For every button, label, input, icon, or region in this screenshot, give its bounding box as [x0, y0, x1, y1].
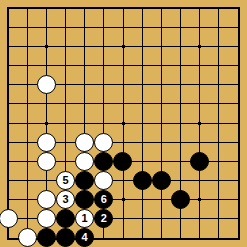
intersection[interactable]	[152, 56, 171, 75]
black-stone: 6	[94, 190, 113, 209]
intersection[interactable]	[209, 133, 228, 152]
intersection[interactable]	[228, 75, 247, 94]
black-stone	[152, 171, 171, 190]
intersection[interactable]	[228, 171, 247, 190]
black-stone	[37, 228, 56, 247]
intersection[interactable]	[133, 152, 152, 171]
intersection[interactable]	[171, 209, 190, 228]
intersection[interactable]	[152, 133, 171, 152]
intersection[interactable]	[0, 0, 18, 18]
intersection[interactable]	[56, 228, 75, 247]
intersection[interactable]	[133, 190, 152, 209]
intersection[interactable]	[209, 190, 228, 209]
intersection[interactable]	[113, 18, 132, 37]
intersection[interactable]	[171, 56, 190, 75]
intersection[interactable]	[0, 190, 18, 209]
intersection[interactable]	[18, 18, 37, 37]
intersection[interactable]	[113, 152, 132, 171]
intersection[interactable]	[152, 75, 171, 94]
intersection[interactable]	[133, 0, 152, 18]
intersection[interactable]	[56, 133, 75, 152]
intersection[interactable]	[152, 171, 171, 190]
intersection[interactable]	[18, 75, 37, 94]
intersection[interactable]: 6	[94, 190, 113, 209]
intersection[interactable]	[75, 94, 94, 113]
intersection[interactable]	[75, 75, 94, 94]
intersection[interactable]	[228, 56, 247, 75]
intersection[interactable]	[228, 18, 247, 37]
intersection[interactable]	[113, 171, 132, 190]
intersection[interactable]	[94, 228, 113, 247]
intersection[interactable]	[113, 228, 132, 247]
intersection[interactable]	[228, 133, 247, 152]
intersection[interactable]	[171, 18, 190, 37]
intersection[interactable]	[37, 228, 56, 247]
intersection[interactable]	[37, 171, 56, 190]
black-stone	[190, 152, 209, 171]
intersection[interactable]	[209, 0, 228, 18]
intersection[interactable]	[0, 209, 18, 228]
intersection[interactable]	[94, 56, 113, 75]
intersection[interactable]	[190, 37, 209, 56]
move-number-label: 2	[101, 213, 107, 224]
intersection[interactable]	[190, 75, 209, 94]
intersection[interactable]	[113, 133, 132, 152]
intersection[interactable]	[190, 0, 209, 18]
intersection[interactable]	[0, 228, 18, 247]
intersection[interactable]	[209, 209, 228, 228]
move-number-label: 3	[62, 194, 68, 205]
intersection[interactable]	[18, 209, 37, 228]
intersection[interactable]	[94, 0, 113, 18]
intersection[interactable]	[0, 37, 18, 56]
intersection[interactable]	[113, 190, 132, 209]
intersection[interactable]	[75, 171, 94, 190]
intersection[interactable]	[75, 133, 94, 152]
intersection[interactable]	[171, 152, 190, 171]
intersection[interactable]	[152, 94, 171, 113]
intersection[interactable]	[228, 190, 247, 209]
intersection[interactable]	[190, 228, 209, 247]
black-stone	[171, 190, 190, 209]
intersection[interactable]	[113, 0, 132, 18]
intersection[interactable]	[94, 75, 113, 94]
intersection[interactable]	[94, 37, 113, 56]
intersection[interactable]	[228, 113, 247, 132]
intersection[interactable]	[0, 171, 18, 190]
move-number-label: 4	[82, 232, 88, 243]
intersection[interactable]	[171, 37, 190, 56]
white-stone	[75, 133, 94, 152]
intersection[interactable]	[190, 56, 209, 75]
intersection[interactable]	[171, 94, 190, 113]
intersection[interactable]	[37, 94, 56, 113]
intersection[interactable]	[209, 152, 228, 171]
intersection[interactable]	[152, 209, 171, 228]
intersection[interactable]	[56, 209, 75, 228]
white-stone	[94, 171, 113, 190]
intersection[interactable]	[113, 209, 132, 228]
intersection[interactable]	[133, 75, 152, 94]
intersection[interactable]	[113, 94, 132, 113]
intersection[interactable]	[94, 133, 113, 152]
intersection[interactable]	[0, 113, 18, 132]
intersection[interactable]	[209, 37, 228, 56]
intersection[interactable]	[18, 94, 37, 113]
white-stone: 1	[75, 209, 94, 228]
intersection[interactable]	[209, 56, 228, 75]
intersection[interactable]	[152, 18, 171, 37]
intersection[interactable]	[56, 94, 75, 113]
intersection[interactable]	[18, 190, 37, 209]
intersection[interactable]	[18, 56, 37, 75]
intersection[interactable]	[228, 0, 247, 18]
intersection[interactable]	[37, 56, 56, 75]
intersection[interactable]	[37, 209, 56, 228]
intersection[interactable]	[75, 113, 94, 132]
intersection[interactable]	[113, 56, 132, 75]
white-stone	[37, 152, 56, 171]
intersection[interactable]	[18, 152, 37, 171]
intersection[interactable]	[190, 133, 209, 152]
intersection[interactable]	[56, 18, 75, 37]
intersection[interactable]	[94, 152, 113, 171]
intersection[interactable]	[152, 113, 171, 132]
intersection[interactable]	[209, 75, 228, 94]
white-stone	[37, 133, 56, 152]
white-stone: 5	[56, 171, 75, 190]
intersection[interactable]	[228, 152, 247, 171]
intersection[interactable]	[133, 228, 152, 247]
intersection[interactable]	[75, 56, 94, 75]
intersection[interactable]	[37, 113, 56, 132]
black-stone	[56, 228, 75, 247]
intersection[interactable]	[133, 37, 152, 56]
go-board: 536124	[0, 0, 247, 247]
intersection[interactable]	[37, 190, 56, 209]
intersection[interactable]	[171, 113, 190, 132]
intersection[interactable]	[56, 113, 75, 132]
black-stone	[113, 152, 132, 171]
intersection[interactable]	[0, 152, 18, 171]
intersection[interactable]	[18, 0, 37, 18]
black-stone: 4	[75, 228, 94, 247]
intersection[interactable]	[75, 37, 94, 56]
intersection[interactable]	[56, 152, 75, 171]
move-number-label: 6	[101, 194, 107, 205]
white-stone	[37, 75, 56, 94]
intersection[interactable]	[0, 133, 18, 152]
move-number-label: 1	[82, 213, 88, 224]
intersection[interactable]	[209, 18, 228, 37]
intersection[interactable]	[18, 228, 37, 247]
black-stone: 2	[94, 209, 113, 228]
intersection[interactable]	[209, 94, 228, 113]
intersection[interactable]	[56, 37, 75, 56]
intersection[interactable]	[113, 113, 132, 132]
intersection[interactable]	[171, 75, 190, 94]
intersection[interactable]	[228, 209, 247, 228]
intersection[interactable]	[0, 94, 18, 113]
intersection[interactable]	[94, 171, 113, 190]
intersection[interactable]	[209, 228, 228, 247]
black-stone	[75, 190, 94, 209]
intersection[interactable]	[18, 113, 37, 132]
intersection[interactable]	[133, 133, 152, 152]
intersection[interactable]	[209, 171, 228, 190]
white-stone	[94, 133, 113, 152]
intersection[interactable]	[133, 94, 152, 113]
intersection[interactable]	[171, 171, 190, 190]
intersection[interactable]	[37, 37, 56, 56]
intersection[interactable]	[56, 0, 75, 18]
intersection[interactable]	[228, 94, 247, 113]
intersection[interactable]	[228, 37, 247, 56]
black-stone	[56, 209, 75, 228]
intersection[interactable]: 1	[75, 209, 94, 228]
intersection[interactable]	[190, 18, 209, 37]
intersection[interactable]	[113, 75, 132, 94]
intersection[interactable]	[171, 0, 190, 18]
intersection[interactable]	[18, 171, 37, 190]
intersection[interactable]	[133, 18, 152, 37]
intersection[interactable]	[171, 133, 190, 152]
white-stone	[75, 152, 94, 171]
white-stone: 3	[56, 190, 75, 209]
intersection[interactable]	[94, 94, 113, 113]
intersection-grid: 536124	[0, 0, 247, 247]
intersection[interactable]	[18, 37, 37, 56]
move-number-label: 5	[62, 175, 68, 186]
white-stone	[0, 209, 18, 228]
intersection[interactable]	[228, 228, 247, 247]
black-stone	[94, 152, 113, 171]
intersection[interactable]	[75, 152, 94, 171]
intersection[interactable]: 3	[56, 190, 75, 209]
intersection[interactable]	[37, 18, 56, 37]
intersection[interactable]	[190, 190, 209, 209]
intersection[interactable]	[0, 56, 18, 75]
intersection[interactable]	[152, 0, 171, 18]
intersection[interactable]	[190, 113, 209, 132]
intersection[interactable]	[152, 228, 171, 247]
intersection[interactable]	[190, 94, 209, 113]
intersection[interactable]	[75, 0, 94, 18]
intersection[interactable]	[94, 18, 113, 37]
intersection[interactable]	[37, 133, 56, 152]
white-stone	[37, 209, 56, 228]
intersection[interactable]	[133, 113, 152, 132]
intersection[interactable]	[37, 152, 56, 171]
intersection[interactable]	[171, 190, 190, 209]
intersection[interactable]	[190, 171, 209, 190]
intersection[interactable]	[152, 37, 171, 56]
intersection[interactable]	[190, 209, 209, 228]
intersection[interactable]	[37, 0, 56, 18]
intersection[interactable]	[190, 152, 209, 171]
intersection[interactable]	[56, 75, 75, 94]
intersection[interactable]	[37, 75, 56, 94]
intersection[interactable]	[0, 18, 18, 37]
intersection[interactable]	[18, 133, 37, 152]
intersection[interactable]	[152, 152, 171, 171]
intersection[interactable]: 2	[94, 209, 113, 228]
white-stone	[18, 228, 37, 247]
intersection[interactable]	[75, 18, 94, 37]
intersection[interactable]: 5	[56, 171, 75, 190]
intersection[interactable]	[152, 190, 171, 209]
black-stone	[75, 171, 94, 190]
intersection[interactable]	[133, 171, 152, 190]
intersection[interactable]	[94, 113, 113, 132]
intersection[interactable]	[171, 228, 190, 247]
intersection[interactable]	[209, 113, 228, 132]
intersection[interactable]	[0, 75, 18, 94]
intersection[interactable]	[133, 209, 152, 228]
white-stone	[37, 190, 56, 209]
intersection[interactable]	[113, 37, 132, 56]
intersection[interactable]	[133, 56, 152, 75]
intersection[interactable]	[75, 190, 94, 209]
intersection[interactable]: 4	[75, 228, 94, 247]
intersection[interactable]	[56, 56, 75, 75]
black-stone	[133, 171, 152, 190]
